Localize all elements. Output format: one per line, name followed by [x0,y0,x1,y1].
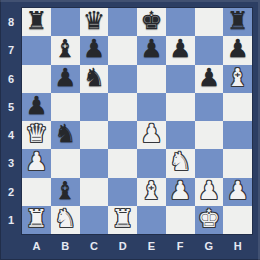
square-h8[interactable]: ♜ [223,8,252,36]
square-b4[interactable]: ♞ [51,121,80,149]
square-g2[interactable]: ♟ [195,178,224,206]
piece-black-bishop[interactable]: ♝ [54,35,76,63]
piece-black-bishop[interactable]: ♝ [54,177,76,205]
square-e4[interactable]: ♟ [137,121,166,149]
piece-black-pawn[interactable]: ♟ [54,64,76,92]
piece-white-bishop[interactable]: ♝ [140,177,162,205]
piece-white-queen[interactable]: ♛ [25,120,47,148]
square-b3[interactable] [51,149,80,177]
piece-white-knight[interactable]: ♞ [169,148,191,176]
square-g4[interactable] [195,121,224,149]
square-c4[interactable] [80,121,109,149]
chess-board[interactable]: ♜♛♚♜♝♟♟♟♟♟♞♟♝♟♛♞♟♟♞♝♝♟♟♟♜♞♜♚ [22,8,252,234]
chess-diagram: 87654321 ♜♛♚♜♝♟♟♟♟♟♞♟♝♟♛♞♟♟♞♝♝♟♟♟♜♞♜♚ AB… [0,0,260,260]
square-b5[interactable] [51,93,80,121]
rank-label-1: 1 [0,206,22,234]
square-a7[interactable] [22,36,51,64]
square-g7[interactable] [195,36,224,64]
square-e2[interactable]: ♝ [137,178,166,206]
rank-label-5: 5 [0,93,22,121]
rank-label-8: 8 [0,8,22,36]
rank-label-6: 6 [0,65,22,93]
square-g1[interactable]: ♚ [195,206,224,234]
square-h7[interactable]: ♟ [223,36,252,64]
piece-white-pawn[interactable]: ♟ [169,177,191,205]
square-g3[interactable] [195,149,224,177]
square-e7[interactable]: ♟ [137,36,166,64]
square-d2[interactable] [108,178,137,206]
square-c6[interactable]: ♞ [80,65,109,93]
rank-label-3: 3 [0,149,22,177]
square-f1[interactable] [166,206,195,234]
file-label-d: D [108,234,137,258]
square-a8[interactable]: ♜ [22,8,51,36]
square-d5[interactable] [108,93,137,121]
piece-white-knight[interactable]: ♞ [54,205,76,233]
square-b6[interactable]: ♟ [51,65,80,93]
square-a1[interactable]: ♜ [22,206,51,234]
square-a3[interactable]: ♟ [22,149,51,177]
square-d1[interactable]: ♜ [108,206,137,234]
square-h2[interactable]: ♟ [223,178,252,206]
square-c5[interactable] [80,93,109,121]
file-label-h: H [223,234,252,258]
square-f8[interactable] [166,8,195,36]
square-e1[interactable] [137,206,166,234]
square-a4[interactable]: ♛ [22,121,51,149]
square-d7[interactable] [108,36,137,64]
piece-black-pawn[interactable]: ♟ [140,35,162,63]
square-e3[interactable] [137,149,166,177]
file-label-b: B [51,234,80,258]
square-c7[interactable]: ♟ [80,36,109,64]
square-b1[interactable]: ♞ [51,206,80,234]
piece-black-queen[interactable]: ♛ [83,7,105,35]
piece-black-pawn[interactable]: ♟ [25,92,47,120]
rank-label-4: 4 [0,121,22,149]
square-g6[interactable]: ♟ [195,65,224,93]
square-h5[interactable] [223,93,252,121]
square-h6[interactable]: ♝ [223,65,252,93]
piece-white-pawn[interactable]: ♟ [226,177,248,205]
piece-white-king[interactable]: ♚ [198,205,220,233]
square-c8[interactable]: ♛ [80,8,109,36]
square-a5[interactable]: ♟ [22,93,51,121]
square-g5[interactable] [195,93,224,121]
square-c3[interactable] [80,149,109,177]
square-f2[interactable]: ♟ [166,178,195,206]
piece-black-pawn[interactable]: ♟ [83,35,105,63]
piece-black-knight[interactable]: ♞ [83,64,105,92]
file-label-c: C [80,234,109,258]
rank-label-7: 7 [0,36,22,64]
file-label-f: F [166,234,195,258]
file-label-e: E [137,234,166,258]
file-labels: ABCDEFGH [22,234,252,258]
rank-label-2: 2 [0,178,22,206]
square-d6[interactable] [108,65,137,93]
square-f7[interactable]: ♟ [166,36,195,64]
piece-black-knight[interactable]: ♞ [54,120,76,148]
piece-white-pawn[interactable]: ♟ [25,148,47,176]
square-e6[interactable] [137,65,166,93]
square-c1[interactable] [80,206,109,234]
piece-white-pawn[interactable]: ♟ [198,177,220,205]
square-e8[interactable]: ♚ [137,8,166,36]
square-a2[interactable] [22,178,51,206]
piece-black-pawn[interactable]: ♟ [169,35,191,63]
piece-black-rook[interactable]: ♜ [25,7,47,35]
file-label-a: A [22,234,51,258]
rank-labels: 87654321 [0,8,22,234]
square-f4[interactable] [166,121,195,149]
piece-black-king[interactable]: ♚ [140,7,162,35]
square-f6[interactable] [166,65,195,93]
square-f5[interactable] [166,93,195,121]
square-h3[interactable] [223,149,252,177]
piece-black-pawn[interactable]: ♟ [198,64,220,92]
piece-black-pawn[interactable]: ♟ [226,35,248,63]
square-h4[interactable] [223,121,252,149]
piece-white-rook[interactable]: ♜ [111,205,133,233]
square-b8[interactable] [51,8,80,36]
square-d3[interactable] [108,149,137,177]
piece-white-bishop[interactable]: ♝ [226,64,248,92]
square-d4[interactable] [108,121,137,149]
square-a6[interactable] [22,65,51,93]
square-f3[interactable]: ♞ [166,149,195,177]
square-c2[interactable] [80,178,109,206]
square-g8[interactable] [195,8,224,36]
square-d8[interactable] [108,8,137,36]
square-e5[interactable] [137,93,166,121]
piece-black-rook[interactable]: ♜ [226,7,248,35]
square-b7[interactable]: ♝ [51,36,80,64]
square-h1[interactable] [223,206,252,234]
piece-white-rook[interactable]: ♜ [25,205,47,233]
file-label-g: G [195,234,224,258]
piece-white-pawn[interactable]: ♟ [140,120,162,148]
square-b2[interactable]: ♝ [51,178,80,206]
